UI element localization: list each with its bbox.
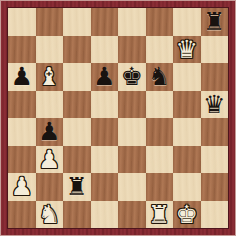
square-h6[interactable]	[201, 63, 229, 91]
square-h7[interactable]	[201, 36, 229, 64]
square-f4[interactable]	[146, 118, 174, 146]
square-b1[interactable]: ♞	[36, 201, 64, 229]
square-d4[interactable]	[91, 118, 119, 146]
square-e1[interactable]	[118, 201, 146, 229]
square-b2[interactable]	[36, 173, 64, 201]
square-f2[interactable]	[146, 173, 174, 201]
square-c6[interactable]	[63, 63, 91, 91]
chessboard-window: ♜♛♟♝♟♚♞♛♟♟♟♜♞♜♚	[0, 0, 236, 236]
black-pawn-piece[interactable]: ♟	[38, 118, 60, 145]
square-c2[interactable]: ♜	[63, 173, 91, 201]
black-pawn-piece[interactable]: ♟	[93, 63, 115, 90]
square-e6[interactable]: ♚	[118, 63, 146, 91]
black-queen-piece[interactable]: ♛	[203, 91, 225, 118]
square-g8[interactable]	[173, 8, 201, 36]
square-f6[interactable]: ♞	[146, 63, 174, 91]
square-c3[interactable]	[63, 146, 91, 174]
square-d7[interactable]	[91, 36, 119, 64]
white-bishop-piece[interactable]: ♝	[38, 63, 60, 90]
square-g1[interactable]: ♚	[173, 201, 201, 229]
black-rook-piece[interactable]: ♜	[66, 173, 88, 200]
square-c8[interactable]	[63, 8, 91, 36]
square-g7[interactable]: ♛	[173, 36, 201, 64]
white-pawn-piece[interactable]: ♟	[38, 146, 60, 173]
square-h8[interactable]: ♜	[201, 8, 229, 36]
square-d6[interactable]: ♟	[91, 63, 119, 91]
black-king-piece[interactable]: ♚	[121, 63, 143, 90]
black-pawn-piece[interactable]: ♟	[11, 63, 33, 90]
square-a4[interactable]	[8, 118, 36, 146]
square-b3[interactable]: ♟	[36, 146, 64, 174]
square-a6[interactable]: ♟	[8, 63, 36, 91]
square-e4[interactable]	[118, 118, 146, 146]
square-c1[interactable]	[63, 201, 91, 229]
white-pawn-piece[interactable]: ♟	[11, 173, 33, 200]
square-c5[interactable]	[63, 91, 91, 119]
chessboard: ♜♛♟♝♟♚♞♛♟♟♟♜♞♜♚	[8, 8, 228, 228]
square-g3[interactable]	[173, 146, 201, 174]
square-h1[interactable]	[201, 201, 229, 229]
square-a8[interactable]	[8, 8, 36, 36]
square-b4[interactable]: ♟	[36, 118, 64, 146]
black-knight-piece[interactable]: ♞	[148, 63, 170, 90]
square-c7[interactable]	[63, 36, 91, 64]
square-f8[interactable]	[146, 8, 174, 36]
square-g6[interactable]	[173, 63, 201, 91]
square-e8[interactable]	[118, 8, 146, 36]
square-g2[interactable]	[173, 173, 201, 201]
square-b7[interactable]	[36, 36, 64, 64]
square-f3[interactable]	[146, 146, 174, 174]
square-e7[interactable]	[118, 36, 146, 64]
black-rook-piece[interactable]: ♜	[203, 8, 225, 35]
square-b5[interactable]	[36, 91, 64, 119]
square-g5[interactable]	[173, 91, 201, 119]
square-a7[interactable]	[8, 36, 36, 64]
square-d1[interactable]	[91, 201, 119, 229]
square-f5[interactable]	[146, 91, 174, 119]
square-d3[interactable]	[91, 146, 119, 174]
square-b6[interactable]: ♝	[36, 63, 64, 91]
square-d2[interactable]	[91, 173, 119, 201]
square-h5[interactable]: ♛	[201, 91, 229, 119]
square-h3[interactable]	[201, 146, 229, 174]
square-h4[interactable]	[201, 118, 229, 146]
square-a3[interactable]	[8, 146, 36, 174]
square-c4[interactable]	[63, 118, 91, 146]
square-b8[interactable]	[36, 8, 64, 36]
square-e5[interactable]	[118, 91, 146, 119]
square-d8[interactable]	[91, 8, 119, 36]
square-f1[interactable]: ♜	[146, 201, 174, 229]
square-h2[interactable]	[201, 173, 229, 201]
square-a2[interactable]: ♟	[8, 173, 36, 201]
white-king-piece[interactable]: ♚	[176, 201, 198, 228]
square-e2[interactable]	[118, 173, 146, 201]
white-knight-piece[interactable]: ♞	[38, 201, 60, 228]
square-d5[interactable]	[91, 91, 119, 119]
white-queen-piece[interactable]: ♛	[176, 36, 198, 63]
square-g4[interactable]	[173, 118, 201, 146]
square-a5[interactable]	[8, 91, 36, 119]
square-a1[interactable]	[8, 201, 36, 229]
square-e3[interactable]	[118, 146, 146, 174]
white-rook-piece[interactable]: ♜	[148, 201, 170, 228]
square-f7[interactable]	[146, 36, 174, 64]
